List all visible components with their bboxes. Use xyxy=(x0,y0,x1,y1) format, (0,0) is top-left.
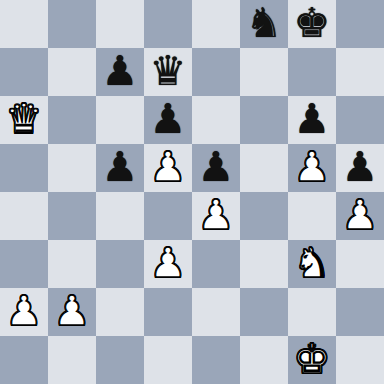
white-pawn[interactable]: ♟ xyxy=(342,191,379,239)
square-b3[interactable] xyxy=(48,240,96,288)
square-h7[interactable] xyxy=(336,48,384,96)
chess-board: ♞♚♟♛♛♟♟♟♟♟♟♟♟♟♟♞♟♟♚ xyxy=(0,0,384,384)
white-pawn[interactable]: ♟ xyxy=(294,143,331,191)
square-c4[interactable] xyxy=(96,192,144,240)
square-e1[interactable] xyxy=(192,336,240,384)
square-a7[interactable] xyxy=(0,48,48,96)
black-pawn[interactable]: ♟ xyxy=(150,95,187,143)
square-f1[interactable] xyxy=(240,336,288,384)
square-a2[interactable]: ♟ xyxy=(0,288,48,336)
square-f6[interactable] xyxy=(240,96,288,144)
square-d8[interactable] xyxy=(144,0,192,48)
square-h4[interactable]: ♟ xyxy=(336,192,384,240)
white-pawn[interactable]: ♟ xyxy=(150,239,187,287)
square-g1[interactable]: ♚ xyxy=(288,336,336,384)
white-pawn[interactable]: ♟ xyxy=(6,287,43,335)
square-f5[interactable] xyxy=(240,144,288,192)
white-pawn[interactable]: ♟ xyxy=(150,143,187,191)
square-g2[interactable] xyxy=(288,288,336,336)
square-c8[interactable] xyxy=(96,0,144,48)
square-e2[interactable] xyxy=(192,288,240,336)
square-g5[interactable]: ♟ xyxy=(288,144,336,192)
square-g4[interactable] xyxy=(288,192,336,240)
square-g3[interactable]: ♞ xyxy=(288,240,336,288)
square-b6[interactable] xyxy=(48,96,96,144)
square-d6[interactable]: ♟ xyxy=(144,96,192,144)
black-queen[interactable]: ♛ xyxy=(150,47,187,95)
square-h6[interactable] xyxy=(336,96,384,144)
square-f7[interactable] xyxy=(240,48,288,96)
square-a5[interactable] xyxy=(0,144,48,192)
square-c6[interactable] xyxy=(96,96,144,144)
white-queen[interactable]: ♛ xyxy=(6,95,43,143)
square-g6[interactable]: ♟ xyxy=(288,96,336,144)
square-e3[interactable] xyxy=(192,240,240,288)
square-b8[interactable] xyxy=(48,0,96,48)
square-a8[interactable] xyxy=(0,0,48,48)
square-e4[interactable]: ♟ xyxy=(192,192,240,240)
square-d5[interactable]: ♟ xyxy=(144,144,192,192)
square-h3[interactable] xyxy=(336,240,384,288)
square-h5[interactable]: ♟ xyxy=(336,144,384,192)
square-c2[interactable] xyxy=(96,288,144,336)
square-c3[interactable] xyxy=(96,240,144,288)
black-pawn[interactable]: ♟ xyxy=(102,143,139,191)
square-c1[interactable] xyxy=(96,336,144,384)
square-c7[interactable]: ♟ xyxy=(96,48,144,96)
square-g7[interactable] xyxy=(288,48,336,96)
square-a4[interactable] xyxy=(0,192,48,240)
square-h2[interactable] xyxy=(336,288,384,336)
square-b4[interactable] xyxy=(48,192,96,240)
square-a3[interactable] xyxy=(0,240,48,288)
black-pawn[interactable]: ♟ xyxy=(198,143,235,191)
black-knight[interactable]: ♞ xyxy=(246,0,283,47)
white-pawn[interactable]: ♟ xyxy=(198,191,235,239)
white-pawn[interactable]: ♟ xyxy=(54,287,91,335)
square-h8[interactable] xyxy=(336,0,384,48)
square-c5[interactable]: ♟ xyxy=(96,144,144,192)
square-a6[interactable]: ♛ xyxy=(0,96,48,144)
square-d1[interactable] xyxy=(144,336,192,384)
square-d4[interactable] xyxy=(144,192,192,240)
square-e5[interactable]: ♟ xyxy=(192,144,240,192)
black-king[interactable]: ♚ xyxy=(294,0,331,47)
square-h1[interactable] xyxy=(336,336,384,384)
square-d2[interactable] xyxy=(144,288,192,336)
square-b5[interactable] xyxy=(48,144,96,192)
black-pawn[interactable]: ♟ xyxy=(102,47,139,95)
square-f4[interactable] xyxy=(240,192,288,240)
square-b7[interactable] xyxy=(48,48,96,96)
square-b2[interactable]: ♟ xyxy=(48,288,96,336)
square-e8[interactable] xyxy=(192,0,240,48)
white-king[interactable]: ♚ xyxy=(294,335,331,383)
white-knight[interactable]: ♞ xyxy=(294,239,331,287)
square-f2[interactable] xyxy=(240,288,288,336)
black-pawn[interactable]: ♟ xyxy=(342,143,379,191)
square-e7[interactable] xyxy=(192,48,240,96)
square-f8[interactable]: ♞ xyxy=(240,0,288,48)
square-f3[interactable] xyxy=(240,240,288,288)
square-b1[interactable] xyxy=(48,336,96,384)
black-pawn[interactable]: ♟ xyxy=(294,95,331,143)
square-e6[interactable] xyxy=(192,96,240,144)
square-a1[interactable] xyxy=(0,336,48,384)
square-d7[interactable]: ♛ xyxy=(144,48,192,96)
square-d3[interactable]: ♟ xyxy=(144,240,192,288)
square-g8[interactable]: ♚ xyxy=(288,0,336,48)
